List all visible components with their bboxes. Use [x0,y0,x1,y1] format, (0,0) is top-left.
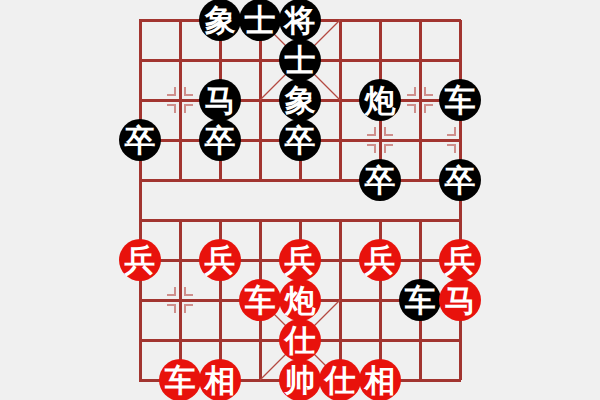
point-marker-bracket [424,87,433,96]
piece-red-advisor[interactable]: 仕 [279,319,321,361]
piece-red-soldier[interactable]: 兵 [279,239,321,281]
point-marker-bracket [167,287,176,296]
point-marker-bracket [167,304,176,313]
piece-black-general[interactable]: 将 [279,0,321,41]
piece-red-cannon[interactable]: 炮 [279,279,321,321]
piece-red-soldier[interactable]: 兵 [199,239,241,281]
piece-black-elephant[interactable]: 象 [279,79,321,121]
piece-black-horse[interactable]: 马 [199,79,241,121]
piece-black-soldier[interactable]: 卒 [439,159,481,201]
point-marker-bracket [184,304,193,313]
point-marker-bracket [184,104,193,113]
piece-red-general[interactable]: 帅 [279,359,321,400]
piece-red-elephant[interactable]: 相 [359,359,401,400]
point-marker-bracket [407,104,416,113]
piece-red-chariot[interactable]: 车 [159,359,201,400]
piece-black-soldier[interactable]: 卒 [279,119,321,161]
piece-black-cannon[interactable]: 炮 [359,79,401,121]
piece-black-chariot[interactable]: 车 [439,79,481,121]
piece-red-advisor[interactable]: 仕 [319,359,361,400]
point-marker-bracket [447,127,456,136]
piece-red-soldier[interactable]: 兵 [119,239,161,281]
piece-black-soldier[interactable]: 卒 [119,119,161,161]
point-marker-bracket [367,127,376,136]
point-marker-bracket [167,104,176,113]
point-marker-bracket [384,144,393,153]
piece-black-soldier[interactable]: 卒 [359,159,401,201]
point-marker-bracket [367,144,376,153]
piece-black-chariot[interactable]: 车 [399,279,441,321]
piece-red-soldier[interactable]: 兵 [359,239,401,281]
piece-black-soldier[interactable]: 卒 [199,119,241,161]
piece-red-chariot[interactable]: 车 [239,279,281,321]
piece-red-horse[interactable]: 马 [439,279,481,321]
point-marker-bracket [384,127,393,136]
point-marker-bracket [167,87,176,96]
xiangqi-board-screen: 象士将士马象炮车卒卒卒卒卒兵兵兵兵兵车炮车马仕车相帅仕相 [0,0,600,400]
piece-red-elephant[interactable]: 相 [199,359,241,400]
point-marker-bracket [184,87,193,96]
piece-black-advisor[interactable]: 士 [279,39,321,81]
point-marker-bracket [447,144,456,153]
point-marker-bracket [407,87,416,96]
point-marker-bracket [424,104,433,113]
piece-black-advisor[interactable]: 士 [239,0,281,41]
point-marker-bracket [184,287,193,296]
piece-black-elephant[interactable]: 象 [199,0,241,41]
piece-red-soldier[interactable]: 兵 [439,239,481,281]
